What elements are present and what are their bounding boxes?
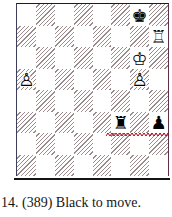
square-e5[interactable]: [93, 69, 112, 91]
square-c7[interactable]: [55, 26, 74, 48]
square-b7[interactable]: [36, 26, 55, 48]
square-g1[interactable]: [130, 155, 149, 177]
square-f7[interactable]: [111, 26, 130, 48]
square-h5[interactable]: [149, 69, 168, 91]
square-c5[interactable]: [55, 69, 74, 91]
square-a1[interactable]: [17, 155, 36, 177]
square-e4[interactable]: [93, 90, 112, 112]
square-f8[interactable]: [111, 4, 130, 26]
square-g3[interactable]: [130, 112, 149, 134]
square-a5[interactable]: ♙: [17, 69, 36, 91]
square-a4[interactable]: [17, 90, 36, 112]
square-b8[interactable]: [36, 4, 55, 26]
square-f5[interactable]: [111, 69, 130, 91]
square-c1[interactable]: [55, 155, 74, 177]
square-g4[interactable]: [130, 90, 149, 112]
white-rook[interactable]: ♖: [150, 28, 166, 46]
square-c6[interactable]: [55, 47, 74, 69]
square-g8[interactable]: ♚: [130, 4, 149, 26]
square-d6[interactable]: [74, 47, 93, 69]
square-d7[interactable]: [74, 26, 93, 48]
square-e6[interactable]: [93, 47, 112, 69]
square-h6[interactable]: [149, 47, 168, 69]
square-f4[interactable]: [111, 90, 130, 112]
square-b6[interactable]: [36, 47, 55, 69]
square-f1[interactable]: [111, 155, 130, 177]
square-e7[interactable]: [93, 26, 112, 48]
square-h1[interactable]: [149, 155, 168, 177]
square-a6[interactable]: [17, 47, 36, 69]
square-b4[interactable]: [36, 90, 55, 112]
square-b5[interactable]: [36, 69, 55, 91]
square-h3[interactable]: ♟: [149, 112, 168, 134]
chess-diagram-page: ♚♖♔♙♙♜♟ 14. (389) Black to move.: [0, 0, 172, 217]
square-c8[interactable]: [55, 4, 74, 26]
white-pawn[interactable]: ♙: [18, 71, 34, 89]
square-g6[interactable]: ♔: [130, 47, 149, 69]
square-a2[interactable]: [17, 133, 36, 155]
black-pawn[interactable]: ♟: [150, 114, 166, 132]
chess-board: ♚♖♔♙♙♜♟: [16, 3, 169, 176]
square-d3[interactable]: [74, 112, 93, 134]
square-e3[interactable]: [93, 112, 112, 134]
white-king[interactable]: ♔: [132, 49, 148, 67]
diagram-caption: 14. (389) Black to move.: [1, 195, 171, 211]
square-g5[interactable]: ♙: [130, 69, 149, 91]
square-g7[interactable]: [130, 26, 149, 48]
square-h7[interactable]: ♖: [149, 26, 168, 48]
square-d8[interactable]: [74, 4, 93, 26]
square-a8[interactable]: [17, 4, 36, 26]
square-d5[interactable]: [74, 69, 93, 91]
square-h8[interactable]: [149, 4, 168, 26]
square-h4[interactable]: [149, 90, 168, 112]
white-pawn[interactable]: ♙: [132, 71, 148, 89]
red-squiggle-annotation: [106, 132, 169, 137]
square-f6[interactable]: [111, 47, 130, 69]
square-b2[interactable]: [36, 133, 55, 155]
black-king[interactable]: ♚: [132, 6, 148, 24]
square-b1[interactable]: [36, 155, 55, 177]
square-e1[interactable]: [93, 155, 112, 177]
square-e8[interactable]: [93, 4, 112, 26]
square-c3[interactable]: [55, 112, 74, 134]
square-a3[interactable]: [17, 112, 36, 134]
square-d4[interactable]: [74, 90, 93, 112]
square-d2[interactable]: [74, 133, 93, 155]
black-rook[interactable]: ♜: [113, 114, 129, 132]
square-d1[interactable]: [74, 155, 93, 177]
square-c2[interactable]: [55, 133, 74, 155]
square-b3[interactable]: [36, 112, 55, 134]
square-c4[interactable]: [55, 90, 74, 112]
board-bottom-rule: [14, 178, 170, 180]
square-a7[interactable]: [17, 26, 36, 48]
square-f3[interactable]: ♜: [111, 112, 130, 134]
